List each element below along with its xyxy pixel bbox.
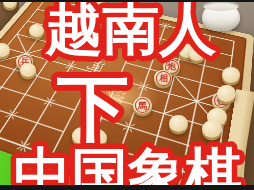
piece-face-down[interactable] [189, 47, 205, 63]
piece-face-down[interactable] [217, 85, 236, 104]
piece-face-down[interactable] [87, 129, 107, 149]
piece-red-elephant[interactable]: 相 [154, 70, 172, 88]
teacup-rim [203, 1, 239, 11]
letterbox-top [0, 0, 254, 2]
piece-face-down[interactable] [202, 120, 222, 140]
video-frame: 楚河 漢界 兵炮相馬仕 越南人 下 中国象棋 [0, 0, 254, 190]
piece-face-down[interactable] [29, 24, 44, 39]
piece-face-down[interactable] [222, 67, 240, 85]
piece-face-down[interactable] [20, 63, 36, 79]
teacup [202, 2, 240, 31]
piece-face-down[interactable] [0, 43, 10, 59]
piece-face-down[interactable] [169, 115, 188, 134]
letterbox-bottom [0, 185, 254, 190]
piece-red-horse[interactable]: 馬 [133, 97, 152, 116]
